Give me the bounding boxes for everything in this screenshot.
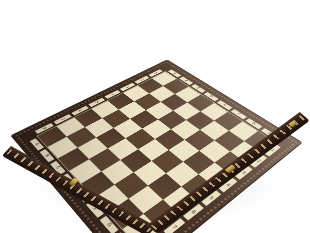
brass-clasp [225, 164, 236, 173]
scene: ABCDEFGH ABCDEFGH 12345678 12345678 ♜♞♝♛… [0, 0, 310, 233]
chess-set-photo: ABCDEFGH ABCDEFGH 12345678 12345678 ♜♞♝♛… [0, 0, 310, 233]
squares-grid: ♜♞♝♛♚♝♞♜♟♟♟♟♟♟♟♟♟♟♟♟♟♟♟♟♜♞♝♛♚♝♞♜ [38, 72, 275, 233]
brass-hinge [288, 121, 297, 128]
brass-hinge-pin [68, 178, 78, 186]
square-e3[interactable] [171, 120, 200, 140]
